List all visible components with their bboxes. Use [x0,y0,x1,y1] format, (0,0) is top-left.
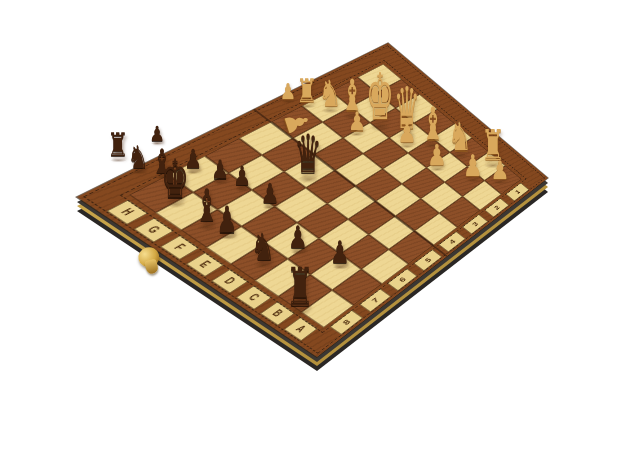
white-pawn: ♟ [280,80,297,102]
black-knight: ♞ [251,229,276,267]
black-king: ♚ [161,152,189,205]
black-pawn: ♟ [261,180,280,208]
black-rook: ♜ [286,260,314,313]
white-knight: ♞ [318,76,341,112]
black-pawn: ♟ [233,164,251,190]
white-pawn: ♟ [427,141,447,170]
black-rook: ♜ [107,129,128,162]
white-pawn: ♟ [463,151,483,181]
white-pawn: ♟ [398,119,417,147]
black-pawn: ♟ [216,202,237,238]
black-pawn: ♟ [330,237,350,268]
black-knight: ♞ [127,142,148,173]
black-pawn: ♟ [288,222,308,253]
chess-set-photo: 12345678HGFEDCBA ♜♞♝♚♝♞♜♟♟♟♟♟♟♟♟♛♜♞♝♚♛♝♞… [0,0,620,465]
white-rook: ♜ [296,75,317,108]
black-queen: ♛ [294,127,322,180]
white-king: ♚ [366,63,394,128]
white-pawn: ♟ [348,110,366,135]
white-pawn: ♟ [491,158,510,183]
